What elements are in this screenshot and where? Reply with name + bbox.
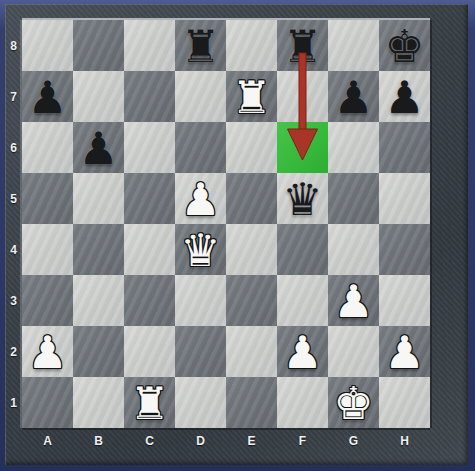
file-label-H: H <box>379 428 430 454</box>
square-b1[interactable] <box>73 377 124 428</box>
square-g5[interactable] <box>328 173 379 224</box>
piece-black-rook: ♜ <box>175 20 226 71</box>
piece-white-pawn: ♟ <box>328 275 379 326</box>
square-a6[interactable] <box>22 122 73 173</box>
square-e5[interactable] <box>226 173 277 224</box>
square-b5[interactable] <box>73 173 124 224</box>
rank-label-1: 1 <box>5 377 22 428</box>
square-c4[interactable] <box>124 224 175 275</box>
square-d7[interactable] <box>175 71 226 122</box>
square-d5[interactable]: ♟ <box>175 173 226 224</box>
square-g2[interactable] <box>328 326 379 377</box>
square-g7[interactable]: ♟ <box>328 71 379 122</box>
square-f1[interactable] <box>277 377 328 428</box>
rank-label-5: 5 <box>5 173 22 224</box>
square-a5[interactable] <box>22 173 73 224</box>
square-b3[interactable] <box>73 275 124 326</box>
piece-black-pawn: ♟ <box>22 71 73 122</box>
rank-label-2: 2 <box>5 326 22 377</box>
file-label-D: D <box>175 428 226 454</box>
piece-white-queen: ♛ <box>175 224 226 275</box>
piece-black-king: ♚ <box>379 20 430 71</box>
square-g4[interactable] <box>328 224 379 275</box>
square-h3[interactable] <box>379 275 430 326</box>
square-b7[interactable] <box>73 71 124 122</box>
rank-label-6: 6 <box>5 122 22 173</box>
rank-label-8: 8 <box>5 20 22 71</box>
square-c8[interactable] <box>124 20 175 71</box>
square-c2[interactable] <box>124 326 175 377</box>
square-f3[interactable] <box>277 275 328 326</box>
square-a7[interactable]: ♟ <box>22 71 73 122</box>
square-e1[interactable] <box>226 377 277 428</box>
square-h4[interactable] <box>379 224 430 275</box>
file-label-F: F <box>277 428 328 454</box>
file-label-C: C <box>124 428 175 454</box>
square-a2[interactable]: ♟ <box>22 326 73 377</box>
square-f7[interactable] <box>277 71 328 122</box>
rank-label-7: 7 <box>5 71 22 122</box>
square-a8[interactable] <box>22 20 73 71</box>
square-f4[interactable] <box>277 224 328 275</box>
piece-white-pawn: ♟ <box>379 326 430 377</box>
square-h2[interactable]: ♟ <box>379 326 430 377</box>
piece-white-pawn: ♟ <box>22 326 73 377</box>
piece-white-pawn: ♟ <box>175 173 226 224</box>
square-g8[interactable] <box>328 20 379 71</box>
chess-board[interactable]: ♜♜♚♟♜♟♟♟♟♛♛♟♟♟♟♜♚ <box>22 20 430 428</box>
square-f8[interactable]: ♜ <box>277 20 328 71</box>
square-a4[interactable] <box>22 224 73 275</box>
square-d1[interactable] <box>175 377 226 428</box>
square-h1[interactable] <box>379 377 430 428</box>
square-d4[interactable]: ♛ <box>175 224 226 275</box>
piece-black-pawn: ♟ <box>328 71 379 122</box>
square-e4[interactable] <box>226 224 277 275</box>
file-label-A: A <box>22 428 73 454</box>
square-a3[interactable] <box>22 275 73 326</box>
square-g6[interactable] <box>328 122 379 173</box>
square-f5[interactable]: ♛ <box>277 173 328 224</box>
square-c7[interactable] <box>124 71 175 122</box>
piece-white-pawn: ♟ <box>277 326 328 377</box>
square-b2[interactable] <box>73 326 124 377</box>
square-e6[interactable] <box>226 122 277 173</box>
piece-black-pawn: ♟ <box>73 122 124 173</box>
square-c5[interactable] <box>124 173 175 224</box>
square-h5[interactable] <box>379 173 430 224</box>
file-label-G: G <box>328 428 379 454</box>
piece-black-rook: ♜ <box>277 20 328 71</box>
rank-label-4: 4 <box>5 224 22 275</box>
square-b8[interactable] <box>73 20 124 71</box>
rank-label-3: 3 <box>5 275 22 326</box>
square-a1[interactable] <box>22 377 73 428</box>
square-e3[interactable] <box>226 275 277 326</box>
square-c1[interactable]: ♜ <box>124 377 175 428</box>
piece-white-king: ♚ <box>328 377 379 428</box>
square-d6[interactable] <box>175 122 226 173</box>
square-c6[interactable] <box>124 122 175 173</box>
file-label-B: B <box>73 428 124 454</box>
chess-board-widget: 87654321 ABCDEFGH ♜♜♚♟♜♟♟♟♟♛♛♟♟♟♟♜♚ <box>0 0 475 471</box>
rank-labels: 87654321 <box>5 20 22 428</box>
square-b6[interactable]: ♟ <box>73 122 124 173</box>
square-e7[interactable]: ♜ <box>226 71 277 122</box>
square-e8[interactable] <box>226 20 277 71</box>
file-label-E: E <box>226 428 277 454</box>
square-h7[interactable]: ♟ <box>379 71 430 122</box>
piece-black-pawn: ♟ <box>379 71 430 122</box>
square-d8[interactable]: ♜ <box>175 20 226 71</box>
square-f2[interactable]: ♟ <box>277 326 328 377</box>
square-e2[interactable] <box>226 326 277 377</box>
piece-black-queen: ♛ <box>277 173 328 224</box>
square-g3[interactable]: ♟ <box>328 275 379 326</box>
piece-white-rook: ♜ <box>124 377 175 428</box>
file-labels: ABCDEFGH <box>22 428 430 454</box>
square-h6[interactable] <box>379 122 430 173</box>
square-h8[interactable]: ♚ <box>379 20 430 71</box>
square-d3[interactable] <box>175 275 226 326</box>
square-f6[interactable] <box>277 122 328 173</box>
square-c3[interactable] <box>124 275 175 326</box>
square-d2[interactable] <box>175 326 226 377</box>
piece-white-rook: ♜ <box>226 71 277 122</box>
square-g1[interactable]: ♚ <box>328 377 379 428</box>
square-b4[interactable] <box>73 224 124 275</box>
